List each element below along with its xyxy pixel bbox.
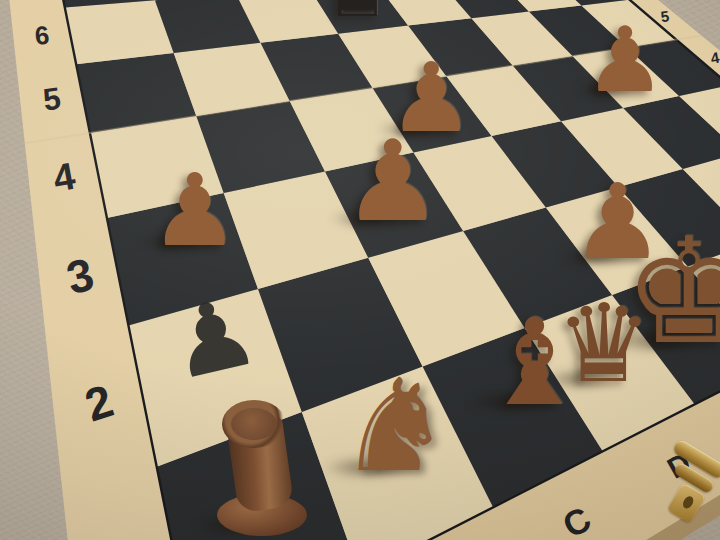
chessboard-photo-scene: 1234567CDE456 ♟♛♟♟♟♟♟♚♛♝♞ — [0, 0, 720, 540]
square-a6 — [65, 0, 174, 64]
chess-board — [0, 0, 720, 540]
